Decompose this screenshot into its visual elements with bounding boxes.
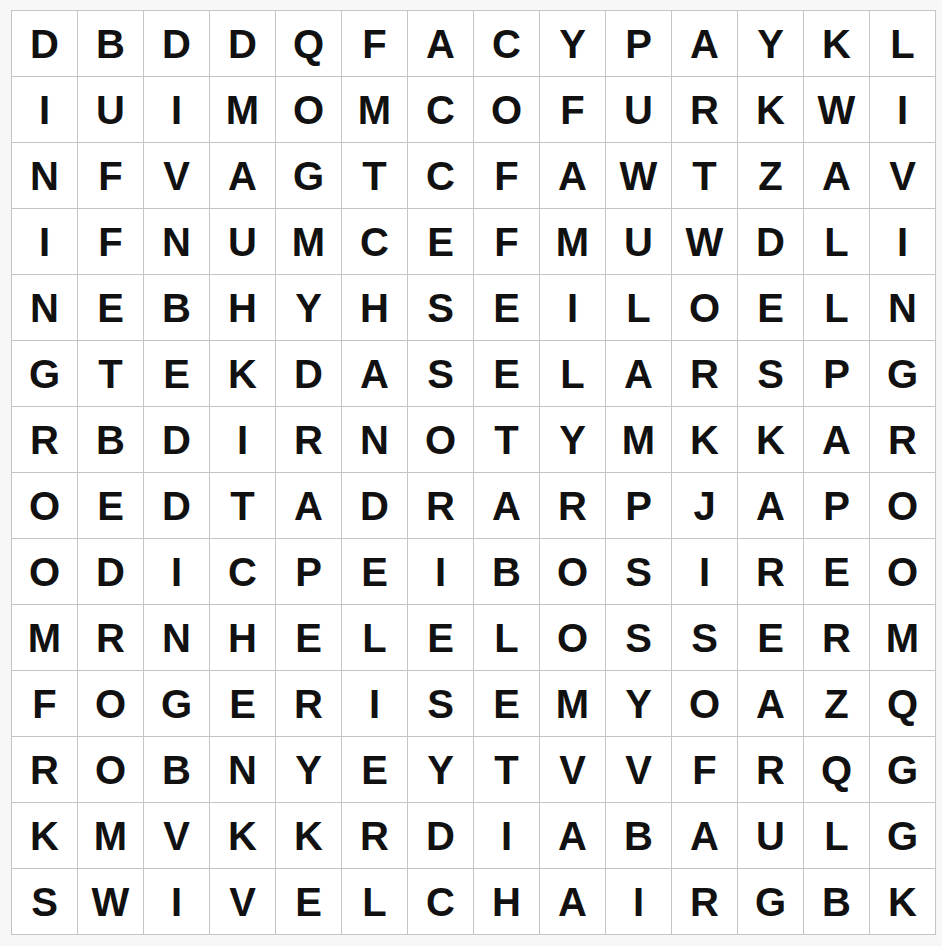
grid-cell[interactable]: Y bbox=[540, 407, 605, 472]
grid-cell[interactable]: I bbox=[474, 803, 539, 868]
grid-cell[interactable]: H bbox=[210, 275, 275, 340]
grid-cell[interactable]: M bbox=[342, 77, 407, 142]
grid-cell[interactable]: S bbox=[408, 275, 473, 340]
grid-cell[interactable]: N bbox=[144, 209, 209, 274]
grid-cell[interactable]: A bbox=[672, 803, 737, 868]
grid-cell[interactable]: F bbox=[474, 143, 539, 208]
grid-cell[interactable]: B bbox=[804, 869, 869, 934]
grid-cell[interactable]: V bbox=[210, 869, 275, 934]
word-search-board-wrap: DBDDQFACYPAYKLIUIMOMCOFURKWINFVAGTCFAWTZ… bbox=[11, 10, 936, 935]
grid-cell[interactable]: V bbox=[144, 803, 209, 868]
grid-cell[interactable]: B bbox=[144, 737, 209, 802]
grid-cell[interactable]: N bbox=[12, 143, 77, 208]
grid-cell[interactable]: R bbox=[738, 539, 803, 604]
grid-cell[interactable]: I bbox=[12, 77, 77, 142]
grid-cell[interactable]: R bbox=[408, 473, 473, 538]
grid-cell[interactable]: O bbox=[540, 605, 605, 670]
grid-cell[interactable]: R bbox=[12, 407, 77, 472]
grid-cell[interactable]: R bbox=[672, 869, 737, 934]
grid-cell[interactable]: T bbox=[672, 143, 737, 208]
grid-cell[interactable]: M bbox=[870, 605, 935, 670]
grid-cell[interactable]: J bbox=[672, 473, 737, 538]
grid-cell[interactable]: A bbox=[672, 11, 737, 76]
grid-cell[interactable]: S bbox=[606, 605, 671, 670]
grid-cell[interactable]: S bbox=[606, 539, 671, 604]
grid-cell[interactable]: K bbox=[738, 77, 803, 142]
grid-cell[interactable]: N bbox=[210, 737, 275, 802]
grid-cell[interactable]: I bbox=[408, 539, 473, 604]
grid-cell[interactable]: O bbox=[870, 473, 935, 538]
grid-cell[interactable]: O bbox=[78, 671, 143, 736]
grid-cell[interactable]: Y bbox=[606, 671, 671, 736]
grid-cell[interactable]: F bbox=[78, 209, 143, 274]
grid-cell[interactable]: E bbox=[78, 275, 143, 340]
grid-cell[interactable]: S bbox=[408, 671, 473, 736]
grid-cell[interactable]: I bbox=[540, 275, 605, 340]
grid-cell[interactable]: S bbox=[12, 869, 77, 934]
grid-cell[interactable]: N bbox=[12, 275, 77, 340]
grid-cell[interactable]: F bbox=[342, 11, 407, 76]
grid-cell[interactable]: L bbox=[342, 869, 407, 934]
grid-cell[interactable]: F bbox=[474, 209, 539, 274]
grid-cell[interactable]: V bbox=[144, 143, 209, 208]
grid-cell[interactable]: R bbox=[276, 407, 341, 472]
grid-cell[interactable]: R bbox=[738, 737, 803, 802]
grid-cell[interactable]: R bbox=[540, 473, 605, 538]
grid-cell[interactable]: M bbox=[276, 209, 341, 274]
grid-cell[interactable]: E bbox=[210, 671, 275, 736]
grid-cell[interactable]: W bbox=[672, 209, 737, 274]
grid-cell[interactable]: D bbox=[342, 473, 407, 538]
grid-cell[interactable]: K bbox=[738, 407, 803, 472]
grid-cell[interactable]: O bbox=[870, 539, 935, 604]
grid-cell[interactable]: Y bbox=[276, 275, 341, 340]
grid-cell[interactable]: U bbox=[606, 77, 671, 142]
grid-cell[interactable]: A bbox=[342, 341, 407, 406]
grid-cell[interactable]: E bbox=[276, 869, 341, 934]
grid-cell[interactable]: A bbox=[474, 473, 539, 538]
grid-cell[interactable]: C bbox=[210, 539, 275, 604]
grid-cell[interactable]: A bbox=[804, 143, 869, 208]
grid-cell[interactable]: L bbox=[804, 803, 869, 868]
grid-cell[interactable]: U bbox=[78, 77, 143, 142]
grid-cell[interactable]: D bbox=[408, 803, 473, 868]
grid-cell[interactable]: O bbox=[12, 539, 77, 604]
grid-cell[interactable]: N bbox=[342, 407, 407, 472]
grid-cell[interactable]: F bbox=[540, 77, 605, 142]
grid-cell[interactable]: Y bbox=[540, 11, 605, 76]
grid-cell[interactable]: G bbox=[12, 341, 77, 406]
grid-cell[interactable]: O bbox=[12, 473, 77, 538]
grid-cell[interactable]: E bbox=[408, 605, 473, 670]
grid-cell[interactable]: N bbox=[144, 605, 209, 670]
grid-cell[interactable]: I bbox=[342, 671, 407, 736]
grid-cell[interactable]: N bbox=[870, 275, 935, 340]
grid-cell[interactable]: B bbox=[474, 539, 539, 604]
grid-cell[interactable]: D bbox=[12, 11, 77, 76]
grid-cell[interactable]: O bbox=[408, 407, 473, 472]
grid-cell[interactable]: R bbox=[342, 803, 407, 868]
grid-cell[interactable]: I bbox=[870, 209, 935, 274]
grid-cell[interactable]: E bbox=[342, 539, 407, 604]
grid-cell[interactable]: C bbox=[408, 143, 473, 208]
grid-cell[interactable]: A bbox=[804, 407, 869, 472]
grid-cell[interactable]: R bbox=[672, 341, 737, 406]
grid-cell[interactable]: K bbox=[804, 11, 869, 76]
grid-cell[interactable]: Q bbox=[804, 737, 869, 802]
grid-cell[interactable]: I bbox=[672, 539, 737, 604]
grid-cell[interactable]: C bbox=[408, 77, 473, 142]
grid-cell[interactable]: H bbox=[342, 275, 407, 340]
grid-cell[interactable]: K bbox=[12, 803, 77, 868]
grid-cell[interactable]: Q bbox=[870, 671, 935, 736]
grid-cell[interactable]: D bbox=[144, 407, 209, 472]
grid-cell[interactable]: E bbox=[738, 605, 803, 670]
grid-cell[interactable]: F bbox=[78, 143, 143, 208]
grid-cell[interactable]: G bbox=[738, 869, 803, 934]
grid-cell[interactable]: Q bbox=[276, 11, 341, 76]
grid-cell[interactable]: I bbox=[144, 77, 209, 142]
grid-cell[interactable]: R bbox=[78, 605, 143, 670]
grid-cell[interactable]: H bbox=[210, 605, 275, 670]
grid-cell[interactable]: E bbox=[342, 737, 407, 802]
grid-cell[interactable]: Z bbox=[738, 143, 803, 208]
grid-cell[interactable]: S bbox=[672, 605, 737, 670]
grid-cell[interactable]: K bbox=[870, 869, 935, 934]
grid-cell[interactable]: A bbox=[738, 473, 803, 538]
grid-cell[interactable]: U bbox=[738, 803, 803, 868]
grid-cell[interactable]: P bbox=[606, 473, 671, 538]
grid-cell[interactable]: D bbox=[144, 473, 209, 538]
grid-cell[interactable]: D bbox=[210, 11, 275, 76]
grid-cell[interactable]: G bbox=[870, 737, 935, 802]
grid-cell[interactable]: R bbox=[672, 77, 737, 142]
grid-cell[interactable]: L bbox=[474, 605, 539, 670]
grid-cell[interactable]: V bbox=[870, 143, 935, 208]
grid-cell[interactable]: E bbox=[474, 671, 539, 736]
grid-cell[interactable]: I bbox=[210, 407, 275, 472]
grid-cell[interactable]: P bbox=[804, 341, 869, 406]
grid-cell[interactable]: P bbox=[606, 11, 671, 76]
grid-cell[interactable]: U bbox=[606, 209, 671, 274]
grid-cell[interactable]: T bbox=[474, 737, 539, 802]
grid-cell[interactable]: G bbox=[276, 143, 341, 208]
grid-cell[interactable]: A bbox=[540, 143, 605, 208]
grid-cell[interactable]: O bbox=[474, 77, 539, 142]
grid-cell[interactable]: O bbox=[78, 737, 143, 802]
grid-cell[interactable]: M bbox=[210, 77, 275, 142]
grid-cell[interactable]: Y bbox=[276, 737, 341, 802]
grid-cell[interactable]: K bbox=[210, 341, 275, 406]
grid-cell[interactable]: M bbox=[78, 803, 143, 868]
grid-cell[interactable]: E bbox=[804, 539, 869, 604]
grid-cell[interactable]: L bbox=[870, 11, 935, 76]
grid-cell[interactable]: Y bbox=[738, 11, 803, 76]
grid-cell[interactable]: B bbox=[606, 803, 671, 868]
grid-cell[interactable]: O bbox=[672, 275, 737, 340]
grid-cell[interactable]: M bbox=[12, 605, 77, 670]
grid-cell[interactable]: V bbox=[606, 737, 671, 802]
grid-cell[interactable]: I bbox=[12, 209, 77, 274]
grid-cell[interactable]: A bbox=[540, 803, 605, 868]
grid-cell[interactable]: Y bbox=[408, 737, 473, 802]
grid-cell[interactable]: W bbox=[804, 77, 869, 142]
grid-cell[interactable]: A bbox=[606, 341, 671, 406]
grid-cell[interactable]: A bbox=[210, 143, 275, 208]
grid-cell[interactable]: E bbox=[408, 209, 473, 274]
grid-cell[interactable]: F bbox=[12, 671, 77, 736]
grid-cell[interactable]: A bbox=[276, 473, 341, 538]
grid-cell[interactable]: L bbox=[804, 275, 869, 340]
grid-cell[interactable]: I bbox=[606, 869, 671, 934]
grid-cell[interactable]: S bbox=[408, 341, 473, 406]
grid-cell[interactable]: Z bbox=[804, 671, 869, 736]
grid-cell[interactable]: E bbox=[738, 275, 803, 340]
grid-cell[interactable]: R bbox=[276, 671, 341, 736]
grid-cell[interactable]: M bbox=[540, 209, 605, 274]
grid-cell[interactable]: T bbox=[78, 341, 143, 406]
grid-cell[interactable]: I bbox=[144, 539, 209, 604]
grid-cell[interactable]: L bbox=[342, 605, 407, 670]
grid-cell[interactable]: O bbox=[540, 539, 605, 604]
grid-cell[interactable]: C bbox=[474, 11, 539, 76]
grid-cell[interactable]: E bbox=[276, 605, 341, 670]
grid-cell[interactable]: E bbox=[144, 341, 209, 406]
grid-cell[interactable]: E bbox=[474, 275, 539, 340]
grid-cell[interactable]: B bbox=[78, 407, 143, 472]
grid-cell[interactable]: D bbox=[738, 209, 803, 274]
grid-cell[interactable]: H bbox=[474, 869, 539, 934]
grid-cell[interactable]: I bbox=[870, 77, 935, 142]
grid-cell[interactable]: C bbox=[342, 209, 407, 274]
grid-cell[interactable]: A bbox=[540, 869, 605, 934]
grid-cell[interactable]: E bbox=[474, 341, 539, 406]
grid-cell[interactable]: D bbox=[78, 539, 143, 604]
grid-cell[interactable]: L bbox=[804, 209, 869, 274]
grid-cell[interactable]: T bbox=[210, 473, 275, 538]
grid-cell[interactable]: O bbox=[672, 671, 737, 736]
grid-cell[interactable]: U bbox=[210, 209, 275, 274]
grid-cell[interactable]: B bbox=[78, 11, 143, 76]
grid-cell[interactable]: M bbox=[540, 671, 605, 736]
grid-cell[interactable]: F bbox=[672, 737, 737, 802]
grid-cell[interactable]: L bbox=[606, 275, 671, 340]
grid-cell[interactable]: D bbox=[276, 341, 341, 406]
grid-cell[interactable]: P bbox=[804, 473, 869, 538]
grid-cell[interactable]: W bbox=[606, 143, 671, 208]
grid-cell[interactable]: G bbox=[144, 671, 209, 736]
grid-cell[interactable]: S bbox=[738, 341, 803, 406]
grid-cell[interactable]: K bbox=[210, 803, 275, 868]
grid-cell[interactable]: A bbox=[738, 671, 803, 736]
grid-cell[interactable]: R bbox=[870, 407, 935, 472]
grid-cell[interactable]: T bbox=[342, 143, 407, 208]
grid-cell[interactable]: L bbox=[540, 341, 605, 406]
grid-cell[interactable]: V bbox=[540, 737, 605, 802]
grid-cell[interactable]: P bbox=[276, 539, 341, 604]
grid-cell[interactable]: D bbox=[144, 11, 209, 76]
grid-cell[interactable]: W bbox=[78, 869, 143, 934]
grid-cell[interactable]: A bbox=[408, 11, 473, 76]
grid-cell[interactable]: R bbox=[12, 737, 77, 802]
grid-cell[interactable]: G bbox=[870, 803, 935, 868]
word-search-grid: DBDDQFACYPAYKLIUIMOMCOFURKWINFVAGTCFAWTZ… bbox=[11, 10, 936, 935]
grid-cell[interactable]: C bbox=[408, 869, 473, 934]
grid-cell[interactable]: G bbox=[870, 341, 935, 406]
grid-cell[interactable]: I bbox=[144, 869, 209, 934]
grid-cell[interactable]: O bbox=[276, 77, 341, 142]
grid-cell[interactable]: K bbox=[672, 407, 737, 472]
grid-cell[interactable]: M bbox=[606, 407, 671, 472]
grid-cell[interactable]: T bbox=[474, 407, 539, 472]
grid-cell[interactable]: K bbox=[276, 803, 341, 868]
grid-cell[interactable]: B bbox=[144, 275, 209, 340]
grid-cell[interactable]: R bbox=[804, 605, 869, 670]
grid-cell[interactable]: E bbox=[78, 473, 143, 538]
